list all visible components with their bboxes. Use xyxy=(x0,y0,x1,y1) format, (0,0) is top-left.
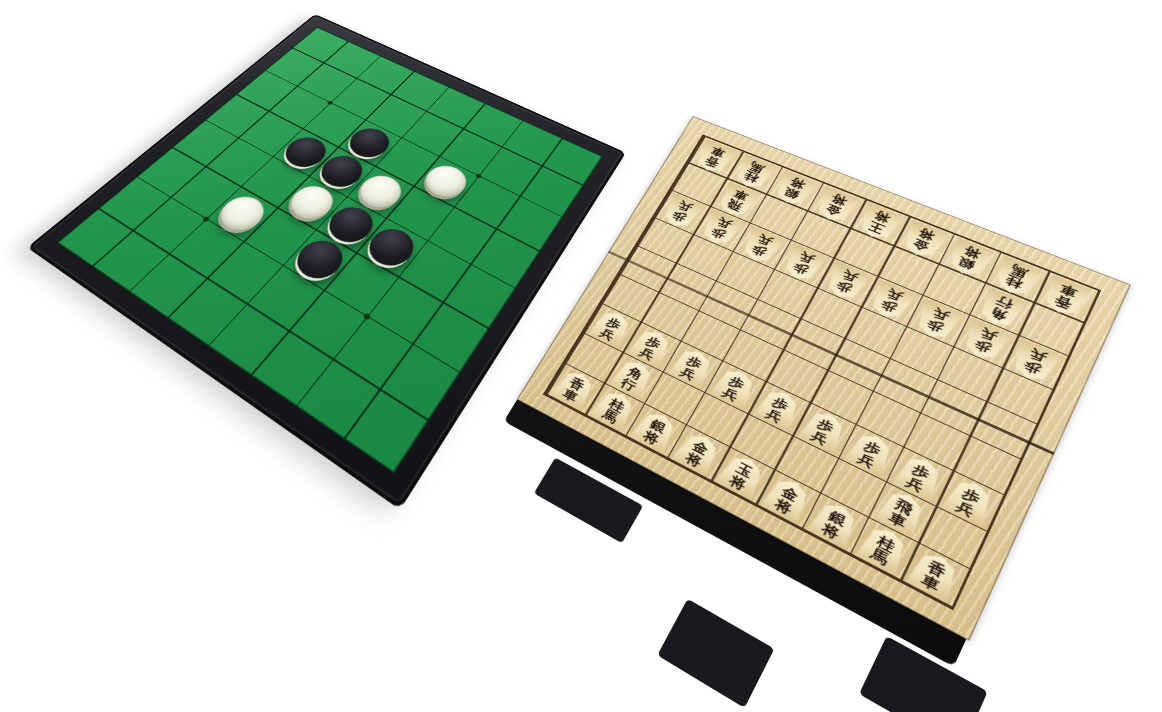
star-point xyxy=(202,216,210,222)
shogi-base-foot xyxy=(859,636,988,712)
star-point xyxy=(475,173,482,179)
shogi-base-foot xyxy=(534,457,643,543)
shogi-base-foot xyxy=(657,599,774,708)
star-point xyxy=(327,100,334,105)
othello-disc-white[interactable] xyxy=(211,191,272,238)
othello-disc-white[interactable] xyxy=(418,160,474,203)
shogi-board: 香車桂馬銀将金将王将金将銀将桂馬香車飛車角行歩兵歩兵歩兵歩兵歩兵歩兵歩兵歩兵歩兵… xyxy=(517,116,1131,641)
star-point xyxy=(363,313,372,321)
shogi-surface[interactable]: 香車桂馬銀将金将王将金将銀将桂馬香車飛車角行歩兵歩兵歩兵歩兵歩兵歩兵歩兵歩兵歩兵… xyxy=(517,116,1131,641)
scene: 香車桂馬銀将金将王将金将銀将桂馬香車飛車角行歩兵歩兵歩兵歩兵歩兵歩兵歩兵歩兵歩兵… xyxy=(0,0,1162,712)
othello-disc-black[interactable] xyxy=(288,234,351,286)
